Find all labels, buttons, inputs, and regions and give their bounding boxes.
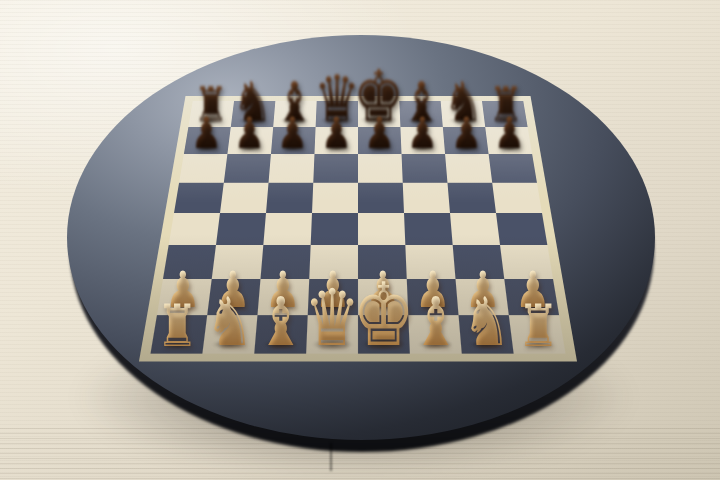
piece-black-pawn-a7[interactable]: ♟ — [189, 112, 224, 155]
piece-black-pawn-b7[interactable]: ♟ — [232, 112, 267, 155]
piece-white-knight-g1[interactable]: ♞ — [460, 289, 514, 356]
pieces-layer: ♜♞♝♛♚♝♞♜♟♟♟♟♟♟♟♟♟♟♟♟♟♟♟♟♜♞♝♛♚♝♞♜ — [0, 0, 720, 480]
piece-black-pawn-h7[interactable]: ♟ — [492, 112, 527, 155]
piece-white-bishop-f1[interactable]: ♝ — [408, 289, 462, 356]
piece-black-pawn-c7[interactable]: ♟ — [276, 112, 311, 155]
piece-black-pawn-d7[interactable]: ♟ — [319, 112, 354, 155]
photo-stage: ♜♞♝♛♚♝♞♜♟♟♟♟♟♟♟♟♟♟♟♟♟♟♟♟♜♞♝♛♚♝♞♜ — [0, 0, 720, 480]
piece-white-rook-h1[interactable]: ♜ — [515, 297, 562, 355]
piece-black-pawn-f7[interactable]: ♟ — [406, 112, 441, 155]
piece-black-pawn-e7[interactable]: ♟ — [362, 112, 397, 155]
piece-white-bishop-c1[interactable]: ♝ — [254, 289, 308, 356]
piece-black-pawn-g7[interactable]: ♟ — [449, 112, 484, 155]
piece-white-rook-a1[interactable]: ♜ — [154, 297, 201, 355]
piece-white-knight-b1[interactable]: ♞ — [202, 289, 256, 356]
